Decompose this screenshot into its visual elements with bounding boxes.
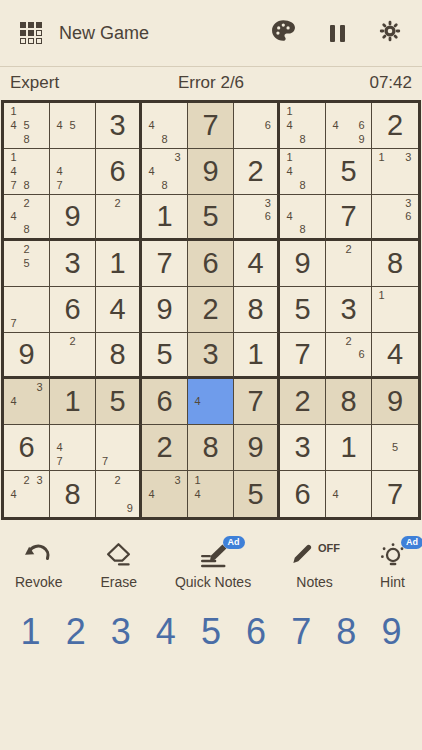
- cell-r3c8[interactable]: 7: [326, 195, 372, 241]
- cell-r8c3[interactable]: 7: [96, 425, 142, 471]
- cell-note: 3: [402, 197, 415, 210]
- cell-note: 4: [53, 119, 66, 133]
- cell-r7c4[interactable]: 6: [142, 379, 188, 425]
- cell-value: 9: [64, 200, 80, 233]
- cell-value: 5: [156, 338, 172, 371]
- cell-r5c9[interactable]: 1: [372, 287, 418, 333]
- cell-r4c2[interactable]: 3: [50, 241, 96, 287]
- cell-note: 2: [20, 197, 33, 210]
- cell-note: 6: [262, 210, 274, 223]
- cell-r6c1[interactable]: 9: [4, 333, 50, 379]
- cell-note: 2: [342, 243, 355, 257]
- grid-icon-square: [28, 22, 34, 28]
- pad-number-7[interactable]: 7: [291, 611, 311, 653]
- cell-r3c4[interactable]: 1: [142, 195, 188, 241]
- cell-r6c5[interactable]: 3: [188, 333, 234, 379]
- cell-note: 7: [7, 316, 20, 330]
- cell-value: 1: [247, 338, 263, 371]
- cell-r6c4[interactable]: 5: [142, 333, 188, 379]
- cell-value: 2: [294, 385, 310, 418]
- grid-icon-square: [20, 30, 26, 36]
- cell-r2c8[interactable]: 5: [326, 149, 372, 195]
- cell-note: 8: [296, 223, 309, 236]
- cell-r1c3[interactable]: 3: [96, 103, 142, 149]
- cell-note: 4: [7, 119, 20, 133]
- cell-value: 2: [156, 431, 172, 464]
- cell-notes: 47: [50, 149, 95, 194]
- cell-note: 5: [20, 119, 33, 133]
- cell-r5c1[interactable]: 7: [4, 287, 50, 333]
- cell-r9c1[interactable]: 234: [4, 471, 50, 517]
- cell-value: 3: [202, 338, 218, 371]
- revoke-button[interactable]: Revoke: [15, 541, 62, 590]
- cell-value: 3: [340, 293, 356, 326]
- cell-notes: 469: [326, 103, 371, 148]
- cell-note: 5: [20, 257, 33, 271]
- cell-r2c4[interactable]: 348: [142, 149, 188, 195]
- cell-note: 4: [329, 119, 342, 133]
- top-bar-actions: [270, 19, 402, 47]
- cell-value: 8: [64, 478, 80, 511]
- difficulty-label: Expert: [10, 73, 59, 93]
- cell-r2c1[interactable]: 1478: [4, 149, 50, 195]
- cell-r1c5[interactable]: 7: [188, 103, 234, 149]
- pad-number-6[interactable]: 6: [246, 611, 266, 653]
- cell-notes: 45: [50, 103, 95, 148]
- cell-notes: 48: [280, 195, 325, 238]
- cell-r4c4[interactable]: 7: [142, 241, 188, 287]
- cell-value: 3: [109, 109, 125, 142]
- cell-r1c8[interactable]: 469: [326, 103, 372, 149]
- erase-button[interactable]: Erase: [100, 541, 137, 590]
- cell-r1c1[interactable]: 1458: [4, 103, 50, 149]
- sudoku-board: 1458453487614846921478476348921485132489…: [1, 100, 421, 520]
- cell-note: 4: [7, 210, 20, 223]
- cell-note: 6: [402, 210, 415, 223]
- cell-r9c5[interactable]: 14: [188, 471, 234, 517]
- cell-r8c6[interactable]: 9: [234, 425, 280, 471]
- cell-note: 2: [66, 335, 79, 348]
- cell-notes: 248: [4, 195, 49, 238]
- cell-value: 5: [294, 293, 310, 326]
- status-bar: Expert Error 2/6 07:42: [0, 67, 422, 98]
- cell-value: 6: [294, 478, 310, 511]
- cell-value: 9: [247, 431, 263, 464]
- cell-note: 2: [111, 197, 123, 210]
- cell-r4c1[interactable]: 25: [4, 241, 50, 287]
- cell-value: 8: [109, 338, 125, 371]
- cell-r7c5[interactable]: 4: [188, 379, 234, 425]
- cell-note: 6: [355, 348, 368, 361]
- cell-r2c3[interactable]: 6: [96, 149, 142, 195]
- cell-value: 8: [202, 431, 218, 464]
- cell-note: 4: [53, 441, 66, 455]
- cell-r3c3[interactable]: 2: [96, 195, 142, 241]
- cell-r6c6[interactable]: 1: [234, 333, 280, 379]
- cell-note: 4: [145, 487, 158, 501]
- cell-notes: 148: [280, 103, 325, 148]
- cell-r2c7[interactable]: 148: [280, 149, 326, 195]
- cell-notes: 2: [326, 241, 371, 286]
- eraser-icon: [104, 541, 133, 570]
- toolbar: Revoke Erase: [0, 541, 422, 590]
- cell-value: 2: [247, 155, 263, 188]
- cell-note: 8: [296, 132, 309, 146]
- cell-r1c4[interactable]: 48: [142, 103, 188, 149]
- new-game-grid-icon[interactable]: [20, 22, 42, 44]
- cell-note: 5: [66, 119, 79, 133]
- cell-r5c6[interactable]: 8: [234, 287, 280, 333]
- cell-r5c7[interactable]: 5: [280, 287, 326, 333]
- cell-note: 9: [355, 132, 368, 146]
- cell-r8c1[interactable]: 6: [4, 425, 50, 471]
- cell-value: 1: [156, 200, 172, 233]
- cell-value: 4: [247, 247, 263, 280]
- cell-notes: 25: [4, 241, 49, 286]
- pad-number-2[interactable]: 2: [66, 611, 86, 653]
- cell-r9c9[interactable]: 7: [372, 471, 418, 517]
- cell-r3c6[interactable]: 36: [234, 195, 280, 241]
- cell-note: 4: [191, 395, 204, 409]
- cell-value: 1: [340, 431, 356, 464]
- cell-notes: 26: [326, 333, 371, 376]
- cell-r9c3[interactable]: 29: [96, 471, 142, 517]
- cell-r4c3[interactable]: 1: [96, 241, 142, 287]
- cell-notes: 1478: [4, 149, 49, 194]
- cell-value: 6: [202, 247, 218, 280]
- pad-number-1[interactable]: 1: [21, 611, 41, 653]
- cell-note: 3: [33, 381, 46, 395]
- cell-r4c6[interactable]: 4: [234, 241, 280, 287]
- pad-number-9[interactable]: 9: [381, 611, 401, 653]
- cell-notes: 234: [4, 471, 49, 517]
- cell-note: 4: [283, 165, 296, 179]
- cell-notes: 34: [4, 379, 49, 424]
- cell-r7c9[interactable]: 9: [372, 379, 418, 425]
- cell-value: 1: [64, 385, 80, 418]
- erase-label: Erase: [100, 574, 137, 590]
- cell-r5c4[interactable]: 9: [142, 287, 188, 333]
- timer: 07:42: [369, 73, 412, 93]
- cell-r1c2[interactable]: 45: [50, 103, 96, 149]
- cell-r8c5[interactable]: 8: [188, 425, 234, 471]
- cell-note: 6: [262, 119, 274, 133]
- cell-r8c8[interactable]: 1: [326, 425, 372, 471]
- cell-r9c4[interactable]: 34: [142, 471, 188, 517]
- pencil-icon: [289, 541, 315, 570]
- cell-r2c6[interactable]: 2: [234, 149, 280, 195]
- cell-note: 3: [402, 151, 415, 165]
- cell-note: 8: [296, 178, 309, 192]
- hint-label: Hint: [380, 574, 405, 590]
- pause-icon[interactable]: [330, 25, 345, 42]
- cell-value: 2: [387, 109, 403, 142]
- cell-notes: 1: [372, 287, 418, 332]
- cell-r8c7[interactable]: 3: [280, 425, 326, 471]
- cell-note: 1: [283, 105, 296, 119]
- cell-note: 7: [7, 178, 20, 192]
- top-bar: New Game: [0, 0, 422, 67]
- cell-note: 8: [20, 132, 33, 146]
- page-title: New Game: [59, 23, 149, 44]
- cell-notes: 13: [372, 149, 418, 194]
- cell-r3c1[interactable]: 248: [4, 195, 50, 241]
- cell-notes: 47: [50, 425, 95, 470]
- cell-value: 9: [387, 385, 403, 418]
- cell-r5c2[interactable]: 6: [50, 287, 96, 333]
- pad-number-3[interactable]: 3: [111, 611, 131, 653]
- cell-r7c6[interactable]: 7: [234, 379, 280, 425]
- cell-value: 2: [202, 293, 218, 326]
- revoke-label: Revoke: [15, 574, 62, 590]
- ad-badge: Ad: [401, 536, 422, 549]
- cell-note: 8: [158, 132, 171, 146]
- cell-r8c4[interactable]: 2: [142, 425, 188, 471]
- notes-label: Notes: [296, 574, 333, 590]
- cell-note: 4: [283, 119, 296, 133]
- settings-icon[interactable]: [378, 19, 402, 47]
- cell-value: 4: [109, 293, 125, 326]
- cell-r6c7[interactable]: 7: [280, 333, 326, 379]
- cell-notes: 5: [372, 425, 418, 470]
- cell-r9c8[interactable]: 4: [326, 471, 372, 517]
- cell-note: 2: [342, 335, 355, 348]
- cell-note: 5: [388, 441, 401, 455]
- cell-note: 8: [20, 223, 33, 236]
- cell-value: 5: [247, 478, 263, 511]
- cell-notes: 14: [188, 471, 233, 517]
- cell-note: 4: [7, 165, 20, 179]
- cell-note: 4: [145, 165, 158, 179]
- cell-note: 7: [53, 178, 66, 192]
- number-pad: 123456789: [0, 611, 422, 653]
- cell-note: 1: [7, 151, 20, 165]
- cell-note: 7: [53, 454, 66, 468]
- cell-r9c2[interactable]: 8: [50, 471, 96, 517]
- quick-notes-button[interactable]: Ad Quick Notes: [175, 541, 251, 590]
- grid-icon-square: [20, 22, 26, 28]
- cell-r7c3[interactable]: 5: [96, 379, 142, 425]
- cell-value: 3: [294, 431, 310, 464]
- cell-r9c7[interactable]: 6: [280, 471, 326, 517]
- cell-value: 7: [156, 247, 172, 280]
- notes-state-label: OFF: [318, 542, 340, 554]
- cell-note: 7: [99, 454, 111, 468]
- cell-r5c5[interactable]: 2: [188, 287, 234, 333]
- cell-value: 9: [202, 155, 218, 188]
- cell-r1c6[interactable]: 6: [234, 103, 280, 149]
- cell-notes: 2: [96, 195, 139, 238]
- cell-value: 8: [247, 293, 263, 326]
- cell-notes: 6: [234, 103, 277, 148]
- notes-button[interactable]: OFF Notes: [289, 541, 340, 590]
- undo-icon: [23, 541, 54, 570]
- cell-notes: 4: [188, 379, 233, 424]
- cell-r2c2[interactable]: 47: [50, 149, 96, 195]
- cell-value: 4: [387, 338, 403, 371]
- cell-r7c1[interactable]: 34: [4, 379, 50, 425]
- cell-r2c9[interactable]: 13: [372, 149, 418, 195]
- cell-note: 6: [355, 119, 368, 133]
- cell-note: 2: [20, 243, 33, 257]
- cell-note: 4: [329, 487, 342, 501]
- cell-r3c2[interactable]: 9: [50, 195, 96, 241]
- cell-note: 3: [262, 197, 274, 210]
- pad-number-8[interactable]: 8: [336, 611, 356, 653]
- grid-icon-square: [20, 38, 26, 44]
- cell-value: 1: [109, 247, 125, 280]
- grid-icon-square: [28, 30, 34, 36]
- cell-r1c7[interactable]: 148: [280, 103, 326, 149]
- cell-value: 6: [18, 431, 34, 464]
- cell-notes: 348: [142, 149, 187, 194]
- cell-r7c7[interactable]: 2: [280, 379, 326, 425]
- cell-r9c6[interactable]: 5: [234, 471, 280, 517]
- cell-value: 7: [247, 385, 263, 418]
- cell-notes: 48: [142, 103, 187, 148]
- cell-r7c8[interactable]: 8: [326, 379, 372, 425]
- error-counter: Error 2/6: [178, 73, 244, 93]
- cell-notes: 36: [372, 195, 418, 238]
- cell-note: 9: [124, 501, 136, 515]
- cell-r8c2[interactable]: 47: [50, 425, 96, 471]
- cell-note: 4: [53, 165, 66, 179]
- cell-r4c5[interactable]: 6: [188, 241, 234, 287]
- cell-value: 9: [294, 247, 310, 280]
- cell-r6c2[interactable]: 2: [50, 333, 96, 379]
- pad-number-4[interactable]: 4: [156, 611, 176, 653]
- grid-icon-square: [36, 22, 42, 28]
- cell-note: 8: [158, 178, 171, 192]
- pad-number-5[interactable]: 5: [201, 611, 221, 653]
- cell-note: 1: [375, 151, 388, 165]
- cell-notes: 36: [234, 195, 277, 238]
- cell-notes: 7: [4, 287, 49, 332]
- cell-note: 1: [7, 105, 20, 119]
- cell-notes: 1458: [4, 103, 49, 148]
- cell-note: 2: [20, 473, 33, 487]
- cell-note: 4: [145, 119, 158, 133]
- grid-icon-square: [36, 30, 42, 36]
- cell-value: 6: [64, 293, 80, 326]
- cell-note: 1: [191, 473, 204, 487]
- cell-r5c8[interactable]: 3: [326, 287, 372, 333]
- cell-note: 2: [111, 473, 123, 487]
- cell-r2c5[interactable]: 9: [188, 149, 234, 195]
- cell-r5c3[interactable]: 4: [96, 287, 142, 333]
- cell-note: 3: [171, 151, 184, 165]
- hint-button[interactable]: Ad Hint: [378, 541, 407, 590]
- cell-value: 7: [340, 200, 356, 233]
- cell-note: 3: [33, 473, 46, 487]
- cell-r3c5[interactable]: 5: [188, 195, 234, 241]
- cell-r6c9[interactable]: 4: [372, 333, 418, 379]
- cell-r4c8[interactable]: 2: [326, 241, 372, 287]
- cell-value: 3: [64, 247, 80, 280]
- cell-value: 5: [109, 385, 125, 418]
- cell-value: 7: [202, 109, 218, 142]
- cell-value: 5: [202, 200, 218, 233]
- cell-r4c7[interactable]: 9: [280, 241, 326, 287]
- cell-r6c8[interactable]: 26: [326, 333, 372, 379]
- cell-value: 9: [156, 293, 172, 326]
- cell-r7c2[interactable]: 1: [50, 379, 96, 425]
- cell-value: 6: [109, 155, 125, 188]
- grid-icon-square: [28, 38, 34, 44]
- cell-notes: 7: [96, 425, 139, 470]
- cell-note: 1: [283, 151, 296, 165]
- cell-notes: 148: [280, 149, 325, 194]
- cell-value: 7: [387, 478, 403, 511]
- palette-icon[interactable]: [270, 19, 297, 47]
- cell-r4c9[interactable]: 8: [372, 241, 418, 287]
- cell-note: 4: [191, 487, 204, 501]
- cell-note: 4: [7, 487, 20, 501]
- cell-note: 1: [375, 289, 388, 303]
- cell-value: 5: [340, 155, 356, 188]
- cell-r3c9[interactable]: 36: [372, 195, 418, 241]
- cell-r1c9[interactable]: 2: [372, 103, 418, 149]
- cell-notes: 34: [142, 471, 187, 517]
- cell-value: 6: [156, 385, 172, 418]
- cell-notes: 2: [50, 333, 95, 376]
- cell-note: 4: [283, 210, 296, 223]
- cell-value: 8: [340, 385, 356, 418]
- quick-notes-label: Quick Notes: [175, 574, 251, 590]
- cell-r8c9[interactable]: 5: [372, 425, 418, 471]
- ad-badge: Ad: [223, 536, 245, 549]
- cell-r6c3[interactable]: 8: [96, 333, 142, 379]
- cell-value: 7: [294, 338, 310, 371]
- cell-value: 8: [387, 247, 403, 280]
- cell-notes: 4: [326, 471, 371, 517]
- grid-icon-square: [36, 38, 42, 44]
- cell-value: 9: [18, 338, 34, 371]
- cell-note: 4: [7, 395, 20, 409]
- cell-note: 3: [171, 473, 184, 487]
- cell-note: 8: [20, 178, 33, 192]
- cell-notes: 29: [96, 471, 139, 517]
- cell-r3c7[interactable]: 48: [280, 195, 326, 241]
